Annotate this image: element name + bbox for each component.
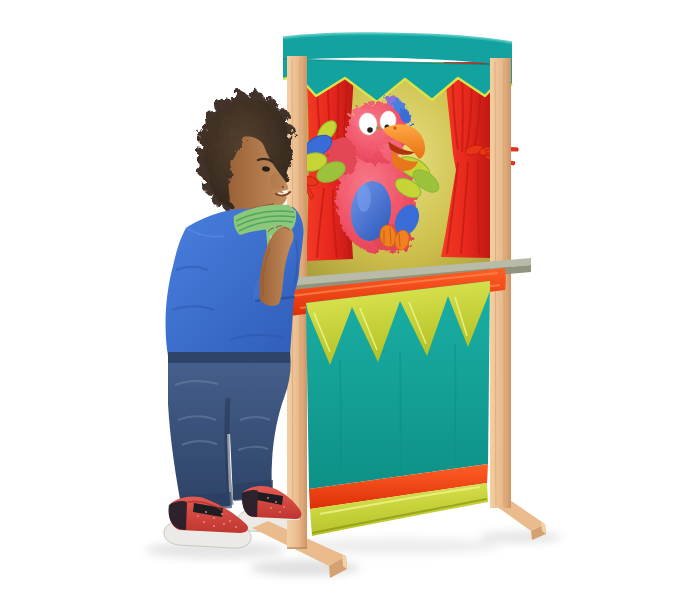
scene-canvas [0,0,700,600]
lower-panel [306,281,490,536]
product-photo: Young boy with dark curly hair, blue pol… [0,0,700,600]
left-post-base [287,520,307,549]
